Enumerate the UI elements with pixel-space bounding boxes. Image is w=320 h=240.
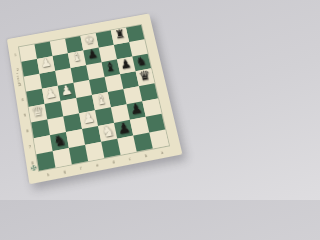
- square-g8[interactable]: [53, 148, 72, 167]
- square-b4[interactable]: [120, 71, 139, 89]
- square-e4[interactable]: [73, 80, 92, 98]
- square-f4[interactable]: ♟: [58, 83, 77, 101]
- rank-label-1: 1: [12, 53, 19, 58]
- white-pawn[interactable]: ♟: [39, 57, 52, 70]
- square-h6[interactable]: [31, 119, 50, 138]
- file-label-a: a: [154, 149, 171, 157]
- rank-label-3: 3: [16, 82, 23, 87]
- file-label-h: h: [40, 171, 57, 179]
- chess-mat: ✠ ♚♜♟♝♟♝♟♞♟♟♛♛♝♟♟♞♞♟ 12345678hgfedcba: [7, 13, 183, 184]
- white-king[interactable]: ♚: [83, 34, 95, 47]
- black-pawn[interactable]: ♟: [129, 101, 144, 117]
- square-e6[interactable]: ♟: [79, 110, 98, 129]
- white-queen[interactable]: ♛: [30, 104, 44, 120]
- white-pawn[interactable]: ♟: [60, 83, 74, 98]
- square-a8[interactable]: [149, 129, 169, 148]
- rank-label-4: 4: [19, 98, 27, 103]
- file-label-f: f: [72, 165, 89, 173]
- file-label-e: e: [89, 161, 106, 169]
- white-bishop[interactable]: ♝: [71, 51, 83, 64]
- white-pawn[interactable]: ♟: [81, 110, 96, 126]
- square-a7[interactable]: [146, 114, 165, 133]
- square-d8[interactable]: [101, 139, 120, 158]
- square-a6[interactable]: [142, 98, 161, 116]
- white-knight[interactable]: ♞: [100, 123, 115, 140]
- file-label-c: c: [121, 155, 138, 163]
- black-pawn[interactable]: ♟: [120, 57, 133, 71]
- black-pawn[interactable]: ♟: [86, 48, 98, 61]
- rank-label-7: 7: [26, 145, 34, 150]
- square-b6[interactable]: ♟: [127, 101, 146, 119]
- black-bishop[interactable]: ♝: [104, 60, 117, 74]
- rank-label-6: 6: [24, 129, 32, 134]
- rank-label-5: 5: [21, 113, 29, 118]
- square-d5[interactable]: ♝: [92, 92, 111, 110]
- black-pawn[interactable]: ♟: [116, 120, 131, 137]
- file-label-g: g: [56, 168, 73, 176]
- rank-label-2: 2: [14, 68, 21, 73]
- black-rook[interactable]: ♜: [114, 29, 126, 42]
- file-label-d: d: [105, 158, 122, 166]
- black-queen[interactable]: ♛: [138, 69, 152, 84]
- photo-background: ✠ ♚♜♟♝♟♝♟♞♟♟♛♛♝♟♟♞♞♟ 12345678hgfedcba: [0, 0, 200, 200]
- black-knight[interactable]: ♞: [51, 132, 67, 149]
- board-grid: ♚♜♟♝♟♝♟♞♟♟♛♛♝♟♟♞♞♟: [19, 25, 169, 171]
- white-bishop[interactable]: ♝: [94, 92, 108, 107]
- square-a1[interactable]: [126, 25, 144, 42]
- black-knight[interactable]: ♞: [135, 54, 148, 68]
- file-label-b: b: [137, 152, 154, 160]
- white-pawn[interactable]: ♟: [44, 86, 58, 101]
